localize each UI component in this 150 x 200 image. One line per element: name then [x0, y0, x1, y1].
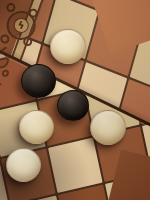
checker-dark-piece[interactable] [21, 64, 56, 98]
emblem-dot-icon [0, 34, 10, 44]
board-square [48, 137, 103, 193]
checkers-board-photo: ϟ [0, 0, 150, 200]
checker-light-piece[interactable] [19, 110, 54, 144]
checker-light-piece[interactable] [50, 29, 86, 64]
checker-light-piece[interactable] [6, 148, 41, 182]
emblem-glyph-icon: ϟ [17, 19, 25, 31]
checker-light-piece[interactable] [90, 110, 126, 145]
emblem-dot-icon [23, 36, 33, 46]
checker-dark-piece[interactable] [57, 90, 89, 121]
emblem-dot-icon [28, 8, 38, 18]
